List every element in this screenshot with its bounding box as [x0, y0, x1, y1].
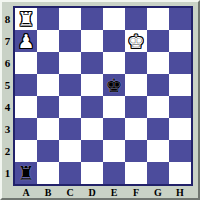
file-label-d: D — [81, 186, 103, 198]
square-a4[interactable] — [15, 96, 37, 118]
square-b1[interactable] — [37, 162, 59, 184]
square-c2[interactable] — [59, 140, 81, 162]
square-g7[interactable] — [147, 30, 169, 52]
square-h2[interactable] — [169, 140, 191, 162]
square-e1[interactable] — [103, 162, 125, 184]
square-a3[interactable] — [15, 118, 37, 140]
file-label-g: G — [147, 186, 169, 198]
chess-board: ♜♟♚♚♜ — [13, 6, 193, 186]
square-f1[interactable] — [125, 162, 147, 184]
square-d8[interactable] — [81, 8, 103, 30]
square-b3[interactable] — [37, 118, 59, 140]
square-b5[interactable] — [37, 74, 59, 96]
square-f2[interactable] — [125, 140, 147, 162]
square-g4[interactable] — [147, 96, 169, 118]
square-c6[interactable] — [59, 52, 81, 74]
white-pawn-a7[interactable]: ♟ — [17, 30, 34, 52]
square-f7[interactable]: ♚ — [125, 30, 147, 52]
square-e8[interactable] — [103, 8, 125, 30]
file-label-b: B — [37, 186, 59, 198]
square-f5[interactable] — [125, 74, 147, 96]
square-e4[interactable] — [103, 96, 125, 118]
square-f6[interactable] — [125, 52, 147, 74]
square-e7[interactable] — [103, 30, 125, 52]
rank-label-6: 6 — [2, 52, 13, 74]
square-d5[interactable] — [81, 74, 103, 96]
square-d3[interactable] — [81, 118, 103, 140]
file-label-c: C — [59, 186, 81, 198]
square-h4[interactable] — [169, 96, 191, 118]
rank-label-4: 4 — [2, 96, 13, 118]
rank-label-7: 7 — [2, 30, 13, 52]
square-h7[interactable] — [169, 30, 191, 52]
square-f4[interactable] — [125, 96, 147, 118]
square-a5[interactable] — [15, 74, 37, 96]
square-g2[interactable] — [147, 140, 169, 162]
square-a8[interactable]: ♜ — [15, 8, 37, 30]
square-c5[interactable] — [59, 74, 81, 96]
square-f8[interactable] — [125, 8, 147, 30]
square-d6[interactable] — [81, 52, 103, 74]
square-f3[interactable] — [125, 118, 147, 140]
square-b7[interactable] — [37, 30, 59, 52]
black-king-e5[interactable]: ♚ — [105, 74, 122, 96]
square-c8[interactable] — [59, 8, 81, 30]
square-e2[interactable] — [103, 140, 125, 162]
square-g1[interactable] — [147, 162, 169, 184]
square-b4[interactable] — [37, 96, 59, 118]
square-d1[interactable] — [81, 162, 103, 184]
square-e3[interactable] — [103, 118, 125, 140]
chess-applet-frame: ♜♟♚♚♜ 87654321 ABCDEFGH — [0, 0, 200, 200]
square-h6[interactable] — [169, 52, 191, 74]
rank-label-1: 1 — [2, 162, 13, 184]
white-king-f7[interactable]: ♚ — [127, 30, 144, 52]
square-b2[interactable] — [37, 140, 59, 162]
square-e6[interactable] — [103, 52, 125, 74]
black-rook-a1[interactable]: ♜ — [17, 162, 34, 184]
file-label-e: E — [103, 186, 125, 198]
square-g6[interactable] — [147, 52, 169, 74]
square-h5[interactable] — [169, 74, 191, 96]
rank-label-3: 3 — [2, 118, 13, 140]
square-c4[interactable] — [59, 96, 81, 118]
square-d2[interactable] — [81, 140, 103, 162]
square-a6[interactable] — [15, 52, 37, 74]
square-h3[interactable] — [169, 118, 191, 140]
file-label-a: A — [15, 186, 37, 198]
square-e5[interactable]: ♚ — [103, 74, 125, 96]
square-h1[interactable] — [169, 162, 191, 184]
square-a7[interactable]: ♟ — [15, 30, 37, 52]
square-a2[interactable] — [15, 140, 37, 162]
square-d7[interactable] — [81, 30, 103, 52]
square-a1[interactable]: ♜ — [15, 162, 37, 184]
square-g8[interactable] — [147, 8, 169, 30]
square-g5[interactable] — [147, 74, 169, 96]
file-label-h: H — [169, 186, 191, 198]
rank-label-8: 8 — [2, 8, 13, 30]
square-c1[interactable] — [59, 162, 81, 184]
rank-label-5: 5 — [2, 74, 13, 96]
square-b8[interactable] — [37, 8, 59, 30]
white-rook-a8[interactable]: ♜ — [17, 8, 34, 30]
square-c7[interactable] — [59, 30, 81, 52]
file-label-f: F — [125, 186, 147, 198]
square-h8[interactable] — [169, 8, 191, 30]
rank-label-2: 2 — [2, 140, 13, 162]
square-b6[interactable] — [37, 52, 59, 74]
square-g3[interactable] — [147, 118, 169, 140]
square-c3[interactable] — [59, 118, 81, 140]
square-d4[interactable] — [81, 96, 103, 118]
